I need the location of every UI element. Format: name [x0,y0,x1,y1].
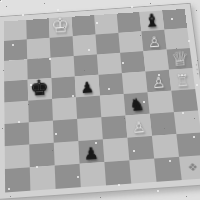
square-b7[interactable] [27,38,51,60]
square-d6[interactable] [74,54,99,76]
square-b4[interactable] [28,99,53,122]
square-d2[interactable]: ♟ [78,139,104,163]
square-c2[interactable] [54,141,80,165]
square-f4[interactable]: ♞ [124,92,150,115]
corner-ornament-icon: ❖ [187,161,199,174]
square-c5[interactable] [51,76,76,99]
square-d3[interactable] [77,117,103,141]
square-d1[interactable] [80,162,107,187]
piece-white-pawn[interactable]: ♙ [147,35,161,50]
square-g2[interactable] [152,134,179,158]
square-h8[interactable] [162,9,187,30]
square-g5[interactable]: ♙ [145,70,171,93]
square-h2[interactable] [176,132,200,156]
square-g4[interactable] [147,91,173,114]
square-c6[interactable] [50,56,74,78]
square-b2[interactable] [29,143,54,168]
square-a1[interactable] [5,167,30,192]
square-e5[interactable] [98,73,123,96]
square-g3[interactable] [150,112,177,136]
square-f7[interactable] [118,31,143,52]
square-e8[interactable] [94,14,118,35]
square-a3[interactable] [5,122,30,146]
photo-frame: ♔♝♙♕♚♟♙♖♞♙♟❖ ∙∙∙ [0,0,200,200]
square-h5[interactable]: ♖ [169,68,195,91]
square-a4[interactable] [4,101,28,124]
square-d7[interactable] [73,35,97,56]
square-e2[interactable] [103,138,129,162]
board-grid: ♔♝♙♕♚♟♙♖♞♙♟❖ [4,9,200,193]
square-c8[interactable]: ♔ [49,17,73,38]
square-c1[interactable] [55,164,81,189]
piece-white-pawn[interactable]: ♙ [132,120,147,136]
square-e4[interactable] [100,94,126,117]
square-b3[interactable] [29,121,54,145]
piece-black-pawn[interactable]: ♟ [83,145,99,163]
piece-white-queen[interactable]: ♕ [170,48,189,69]
piece-black-knight[interactable]: ♞ [129,96,146,114]
chess-board: ♔♝♙♕♚♟♙♖♞♙♟❖ ∙∙∙ [0,3,200,200]
square-g6[interactable] [143,50,169,72]
square-f2[interactable] [127,136,154,160]
square-d5[interactable]: ♟ [75,75,100,98]
square-f8[interactable] [117,12,142,33]
square-e6[interactable] [97,53,122,75]
square-a8[interactable] [4,20,27,41]
square-d8[interactable] [72,15,96,36]
square-a7[interactable] [4,39,27,61]
square-e1[interactable] [104,160,131,185]
square-h4[interactable] [171,89,198,112]
piece-white-rook[interactable]: ♖ [175,73,190,90]
square-a2[interactable] [5,144,30,169]
square-f3[interactable]: ♙ [125,114,151,138]
square-e7[interactable] [95,33,120,54]
square-f5[interactable] [122,71,148,94]
perspective-scene: ♔♝♙♕♚♟♙♖♞♙♟❖ ∙∙∙ [0,0,200,200]
square-c7[interactable] [50,36,74,57]
square-b1[interactable] [30,166,56,191]
square-c3[interactable] [53,119,78,143]
square-g7[interactable]: ♙ [141,30,166,51]
piece-black-bishop[interactable]: ♝ [143,11,161,30]
square-c4[interactable] [52,97,77,120]
square-g8[interactable]: ♝ [139,10,164,31]
square-h3[interactable] [174,110,200,134]
square-h6[interactable]: ♕ [167,48,193,70]
square-a6[interactable] [4,59,28,81]
square-f6[interactable] [120,51,145,73]
piece-white-pawn[interactable]: ♙ [152,75,166,91]
piece-black-pawn[interactable]: ♟ [80,80,94,96]
board-tilt-wrapper: ♔♝♙♕♚♟♙♖♞♙♟❖ ∙∙∙ [0,0,200,200]
square-g1[interactable] [154,157,182,182]
square-e3[interactable] [101,116,127,140]
piece-black-king[interactable]: ♚ [29,77,49,99]
piece-white-king[interactable]: ♔ [51,15,70,36]
square-b5[interactable]: ♚ [28,78,52,101]
square-a5[interactable] [4,80,28,103]
square-b8[interactable] [26,18,49,39]
square-d4[interactable] [76,96,101,119]
square-f1[interactable] [129,159,156,184]
square-h1[interactable]: ❖ [179,155,200,180]
